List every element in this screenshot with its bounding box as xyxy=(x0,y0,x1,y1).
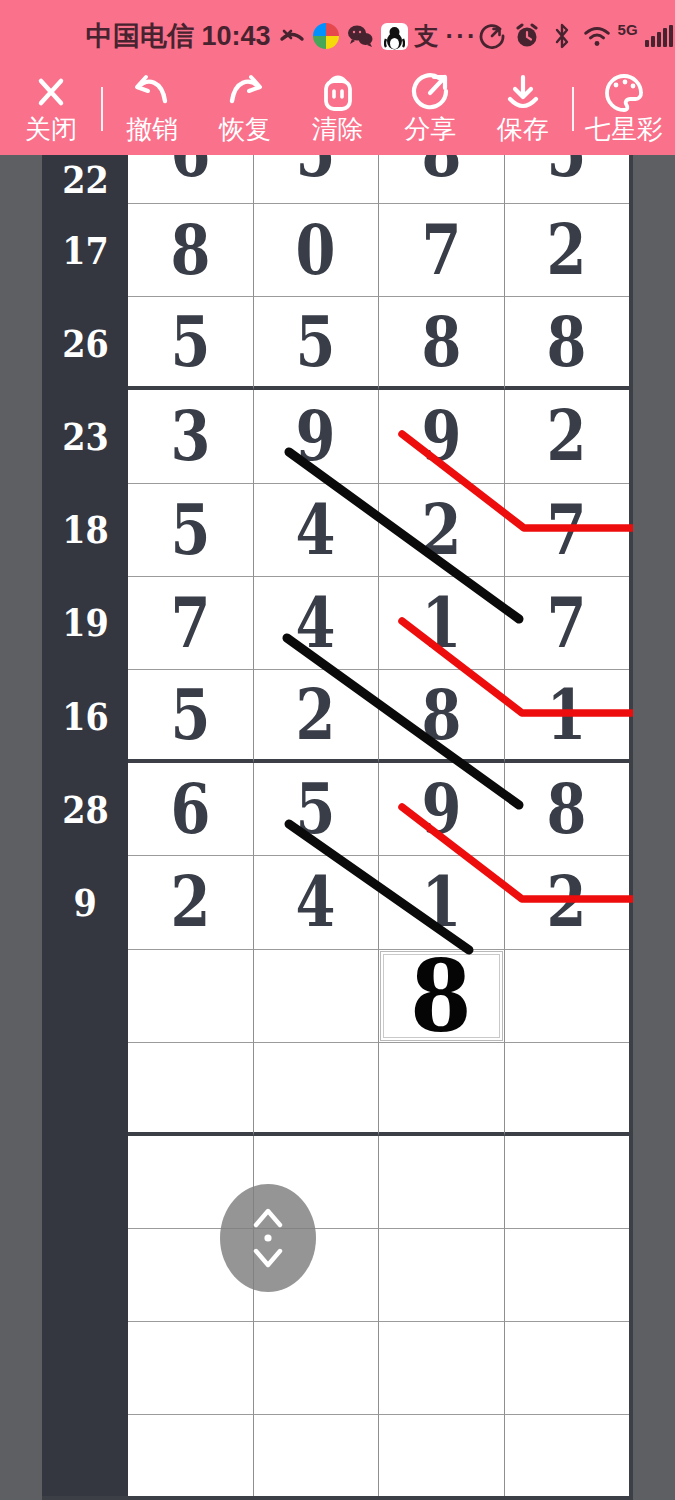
board-cell[interactable]: 7 xyxy=(379,204,505,297)
grid-row xyxy=(128,1322,629,1415)
share-icon xyxy=(408,73,452,113)
row-label: 23 xyxy=(62,418,109,456)
redo-label: 恢复 xyxy=(219,115,271,145)
row-label-cell xyxy=(42,1322,128,1415)
save-label: 保存 xyxy=(497,115,549,145)
cell-digit: 4 xyxy=(296,588,336,658)
scroll-up-down-button[interactable] xyxy=(220,1184,316,1292)
cell-digit: 8 xyxy=(421,680,461,750)
toolbar-divider xyxy=(101,87,103,131)
cell-digit: 0 xyxy=(296,215,336,285)
cell-digit: 7 xyxy=(421,215,461,285)
board-cell[interactable] xyxy=(254,1415,380,1500)
network-type-label: 5G xyxy=(618,22,638,37)
row-label-cell xyxy=(42,1136,128,1229)
board-cell[interactable]: 5 xyxy=(128,484,254,577)
redo-icon xyxy=(223,73,267,113)
cell-digit: 7 xyxy=(170,588,210,658)
cell-digit: 6 xyxy=(170,155,210,187)
row-label-cell xyxy=(42,1043,128,1136)
row-label-cell xyxy=(42,950,128,1043)
row-label: 22 xyxy=(62,161,109,199)
board-cell[interactable]: 1 xyxy=(379,856,505,949)
palette-icon xyxy=(602,73,646,113)
board-cell[interactable] xyxy=(379,1415,505,1500)
cell-digit: 3 xyxy=(170,401,210,471)
board-cell[interactable] xyxy=(505,1229,630,1322)
grid-row: 8072 xyxy=(128,204,629,297)
row-label-cell: 22 xyxy=(42,155,128,204)
board-cell[interactable]: 2 xyxy=(505,856,630,949)
board-cell[interactable] xyxy=(379,1136,505,1229)
board-cell[interactable]: 4 xyxy=(254,856,380,949)
toolbar-divider xyxy=(572,87,574,131)
data-usage-icon xyxy=(478,22,506,50)
board-cell[interactable]: 8 xyxy=(505,763,630,856)
alarm-clock-icon xyxy=(513,22,541,50)
close-button[interactable]: 关闭 xyxy=(8,73,94,145)
grid-row xyxy=(128,1229,629,1322)
board-cell[interactable]: 5 xyxy=(254,155,380,204)
board-cell[interactable] xyxy=(128,950,254,1043)
cell-digit: 4 xyxy=(296,495,336,565)
board-cell[interactable]: 3 xyxy=(128,390,254,483)
redo-button[interactable]: 恢复 xyxy=(202,73,288,145)
board-cell[interactable]: 2 xyxy=(379,484,505,577)
board-cell[interactable]: 2 xyxy=(254,670,380,763)
cell-digit: 2 xyxy=(421,495,461,565)
board-cell[interactable]: 8 xyxy=(505,297,630,390)
save-icon xyxy=(501,73,545,113)
board-cell[interactable]: 9 xyxy=(379,390,505,483)
wechat-icon xyxy=(346,22,374,50)
board-cell[interactable]: 5 xyxy=(128,297,254,390)
qq-icon xyxy=(381,23,408,50)
grid-row xyxy=(128,1136,629,1229)
board-cell[interactable]: 4 xyxy=(254,577,380,670)
cell-digit: 5 xyxy=(296,155,336,187)
board-cell[interactable]: 5 xyxy=(505,155,630,204)
cell-digit: 1 xyxy=(421,867,461,937)
grid-row xyxy=(128,1415,629,1500)
board-cell[interactable]: 4 xyxy=(254,484,380,577)
status-bar: 中国电信 10:43 支 ··· xyxy=(0,0,675,62)
cell-digit: 8 xyxy=(421,307,461,377)
missed-call-icon xyxy=(278,22,306,50)
cell-digit: 6 xyxy=(170,774,210,844)
more-status-icon: ··· xyxy=(446,21,478,52)
row-label: 28 xyxy=(62,791,109,829)
palette-button[interactable]: 七星彩 xyxy=(581,73,667,145)
board-cell[interactable]: 1 xyxy=(379,577,505,670)
row-label: 16 xyxy=(62,698,109,736)
board-cell[interactable]: 5 xyxy=(254,297,380,390)
cell-digit: 9 xyxy=(421,401,461,471)
signal-strength-icon xyxy=(645,25,673,47)
board-cell[interactable] xyxy=(379,1229,505,1322)
close-label: 关闭 xyxy=(25,115,77,145)
board-cell[interactable] xyxy=(505,1136,630,1229)
carrier-time-text: 中国电信 10:43 xyxy=(86,18,271,54)
board-cell[interactable]: 8 xyxy=(379,950,505,1043)
board-cell[interactable] xyxy=(254,950,380,1043)
row-label: 19 xyxy=(62,604,109,642)
cell-digit: 9 xyxy=(296,401,336,471)
alipay-icon: 支 xyxy=(415,20,439,52)
board-cell[interactable]: 7 xyxy=(505,484,630,577)
board-cell[interactable] xyxy=(254,1322,380,1415)
board-grid: 6585807255883992542774175281659824128 xyxy=(128,155,633,1496)
board-cell[interactable]: 2 xyxy=(128,856,254,949)
row-label-cell: 26 xyxy=(42,297,128,390)
cell-digit: 1 xyxy=(547,680,587,750)
cell-digit: 2 xyxy=(547,215,587,285)
board-cell[interactable]: 0 xyxy=(254,204,380,297)
grid-row: 5427 xyxy=(128,484,629,577)
cell-digit: 5 xyxy=(170,680,210,750)
row-label-cell: 18 xyxy=(42,484,128,577)
row-label-cell: 16 xyxy=(42,670,128,763)
grid-row: 7417 xyxy=(128,577,629,670)
board-cell[interactable]: 9 xyxy=(254,390,380,483)
pinwheel-app-icon xyxy=(313,23,339,49)
cell-digit: 5 xyxy=(547,155,587,187)
cell-digit: 8 xyxy=(170,215,210,285)
cell-digit: 8 xyxy=(421,155,461,187)
grid-row: 3992 xyxy=(128,390,629,483)
board-cell[interactable]: 8 xyxy=(379,155,505,204)
board-cell[interactable]: 1 xyxy=(505,670,630,763)
cell-digit: 5 xyxy=(170,307,210,377)
row-label-cell xyxy=(42,1415,128,1500)
board-cell[interactable] xyxy=(128,1322,254,1415)
grid-row: 6585 xyxy=(128,155,629,204)
cell-digit: 5 xyxy=(170,495,210,565)
undo-button[interactable]: 撤销 xyxy=(109,73,195,145)
board-cell[interactable] xyxy=(379,1322,505,1415)
cell-digit: 1 xyxy=(421,588,461,658)
board-cell[interactable]: 6 xyxy=(128,763,254,856)
save-button[interactable]: 保存 xyxy=(480,73,566,145)
board-cell[interactable] xyxy=(505,1322,630,1415)
row-label: 26 xyxy=(62,325,109,363)
grid-row: 8 xyxy=(128,950,629,1043)
cell-digit: 8 xyxy=(547,774,587,844)
cell-digit: 2 xyxy=(547,867,587,937)
row-label-column: 22172623181916289 xyxy=(42,155,128,1496)
cell-digit: 5 xyxy=(296,307,336,377)
cell-digit: 8 xyxy=(547,307,587,377)
cell-digit: 4 xyxy=(296,867,336,937)
grid-row: 2412 xyxy=(128,856,629,949)
board-cell[interactable]: 8 xyxy=(379,670,505,763)
row-label-cell: 17 xyxy=(42,204,128,297)
undo-icon xyxy=(130,73,174,113)
board-cell[interactable]: 8 xyxy=(128,204,254,297)
share-label: 分享 xyxy=(404,115,456,145)
board-cell[interactable] xyxy=(505,1043,630,1136)
board-cell[interactable] xyxy=(128,1043,254,1136)
cell-digit: 8 xyxy=(411,946,472,1046)
cell-digit: 5 xyxy=(296,774,336,844)
board-cell[interactable] xyxy=(254,1043,380,1136)
board-cell[interactable] xyxy=(505,950,630,1043)
wifi-icon xyxy=(583,22,611,50)
trash-icon xyxy=(316,73,360,113)
row-label-cell: 9 xyxy=(42,856,128,949)
board-cell[interactable]: 7 xyxy=(505,577,630,670)
close-icon xyxy=(29,73,73,113)
trend-chart-board: 22172623181916289 6585807255883992542774… xyxy=(42,155,633,1500)
row-label-cell: 19 xyxy=(42,577,128,670)
row-label: 18 xyxy=(62,511,109,549)
board-cell[interactable]: 2 xyxy=(505,204,630,297)
cell-digit: 2 xyxy=(296,680,336,750)
clear-button[interactable]: 清除 xyxy=(295,73,381,145)
board-cell[interactable]: 2 xyxy=(505,390,630,483)
board-cell[interactable]: 8 xyxy=(379,297,505,390)
cell-digit: 7 xyxy=(547,588,587,658)
board-cell[interactable]: 5 xyxy=(128,670,254,763)
board-cell[interactable]: 7 xyxy=(128,577,254,670)
cell-digit: 2 xyxy=(170,867,210,937)
grid-row: 5588 xyxy=(128,297,629,390)
bluetooth-icon xyxy=(548,22,576,50)
board-cell[interactable]: 9 xyxy=(379,763,505,856)
board-cell[interactable]: 6 xyxy=(128,155,254,204)
row-label: 17 xyxy=(62,232,109,270)
grid-row: 5281 xyxy=(128,670,629,763)
row-label: 9 xyxy=(73,884,96,922)
row-label-cell: 28 xyxy=(42,763,128,856)
cell-digit: 2 xyxy=(547,401,587,471)
cell-digit: 7 xyxy=(547,495,587,565)
share-button[interactable]: 分享 xyxy=(387,73,473,145)
app-screen: 中国电信 10:43 支 ··· xyxy=(0,0,675,1500)
board-cell[interactable] xyxy=(379,1043,505,1136)
cell-digit: 9 xyxy=(421,774,461,844)
board-cell[interactable]: 5 xyxy=(254,763,380,856)
palette-label: 七星彩 xyxy=(585,115,663,145)
board-cell[interactable] xyxy=(505,1415,630,1500)
clear-label: 清除 xyxy=(312,115,364,145)
board-cell[interactable] xyxy=(128,1415,254,1500)
grid-row: 6598 xyxy=(128,763,629,856)
undo-label: 撤销 xyxy=(126,115,178,145)
grid-row xyxy=(128,1043,629,1136)
row-label-cell: 23 xyxy=(42,390,128,483)
toolbar: 关闭 撤销 恢复 清除 分享 保存 七星彩 xyxy=(0,62,675,155)
row-label-cell xyxy=(42,1229,128,1322)
